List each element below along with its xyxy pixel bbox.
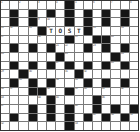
white-cell[interactable]: 16: [121, 27, 129, 35]
clue-number: 30: [29, 70, 32, 72]
black-cell: [65, 36, 73, 44]
clue-number: 15: [93, 27, 96, 29]
white-cell[interactable]: O: [56, 27, 64, 35]
white-cell[interactable]: [19, 10, 27, 18]
white-cell[interactable]: 48: [75, 105, 83, 113]
white-cell[interactable]: 53: [75, 122, 83, 130]
clue-number: 51: [130, 114, 133, 116]
clue-number: 32: [84, 70, 87, 72]
white-cell[interactable]: [111, 88, 119, 96]
clue-number: 4: [56, 1, 57, 3]
white-cell[interactable]: [102, 122, 110, 130]
black-cell: [47, 96, 55, 104]
white-cell[interactable]: 44: [38, 96, 46, 104]
black-cell: [111, 105, 119, 113]
filled-letter: O: [56, 28, 64, 35]
black-cell: [19, 70, 27, 78]
filled-letter: S: [65, 28, 73, 35]
white-cell[interactable]: [121, 1, 129, 9]
white-cell[interactable]: 49: [93, 114, 101, 122]
white-cell[interactable]: [65, 96, 73, 104]
white-cell[interactable]: 7: [111, 1, 119, 9]
white-cell[interactable]: [75, 114, 83, 122]
white-cell[interactable]: [47, 70, 55, 78]
white-cell[interactable]: [10, 1, 18, 9]
black-cell: [93, 36, 101, 44]
white-cell[interactable]: [19, 88, 27, 96]
clue-number: 52: [1, 122, 4, 124]
white-cell[interactable]: 46: [102, 96, 110, 104]
clue-number: 42: [121, 88, 124, 90]
white-cell[interactable]: [121, 96, 129, 104]
white-cell[interactable]: [47, 36, 55, 44]
white-cell[interactable]: 10: [47, 18, 55, 26]
black-cell: [56, 53, 64, 61]
white-cell[interactable]: 11: [1, 27, 9, 35]
white-cell[interactable]: [38, 70, 46, 78]
black-cell: [121, 18, 129, 26]
clue-number: 50: [111, 114, 114, 116]
white-cell[interactable]: 17: [1, 36, 9, 44]
white-cell[interactable]: 12: [10, 27, 18, 35]
white-cell[interactable]: [84, 96, 92, 104]
white-cell[interactable]: [130, 10, 138, 18]
black-cell: [47, 62, 55, 70]
white-cell[interactable]: 32: [84, 70, 92, 78]
black-cell: [102, 10, 110, 18]
black-cell: [93, 105, 101, 113]
white-cell[interactable]: [93, 18, 101, 26]
white-cell[interactable]: [130, 27, 138, 35]
white-cell[interactable]: [84, 53, 92, 61]
white-cell[interactable]: 9: [38, 18, 46, 26]
black-cell: [121, 44, 129, 52]
white-cell[interactable]: [38, 114, 46, 122]
black-cell: [29, 18, 37, 26]
black-cell: [10, 10, 18, 18]
clue-number: 9: [38, 18, 39, 20]
black-cell: [65, 122, 73, 130]
black-cell: [10, 79, 18, 87]
clue-number: 22: [65, 44, 68, 46]
white-cell[interactable]: [10, 53, 18, 61]
crossword-grid: 1234567891011121314TOST15161718192021222…: [0, 0, 139, 131]
white-cell[interactable]: [19, 62, 27, 70]
white-cell[interactable]: 8: [130, 1, 138, 9]
black-cell: [10, 114, 18, 122]
white-cell[interactable]: [38, 10, 46, 18]
white-cell[interactable]: 51: [130, 114, 138, 122]
white-cell[interactable]: [1, 62, 9, 70]
white-cell[interactable]: [56, 70, 64, 78]
white-cell[interactable]: 27: [56, 62, 64, 70]
white-cell[interactable]: [10, 105, 18, 113]
crossword-puzzle: 1234567891011121314TOST15161718192021222…: [0, 0, 140, 132]
clue-number: 8: [130, 1, 131, 3]
white-cell[interactable]: 50: [111, 114, 119, 122]
white-cell[interactable]: 37: [10, 88, 18, 96]
clue-number: 45: [56, 96, 59, 98]
clue-number: 49: [93, 114, 96, 116]
white-cell[interactable]: [29, 53, 37, 61]
white-cell[interactable]: 31: [65, 70, 73, 78]
white-cell[interactable]: [75, 62, 83, 70]
white-cell[interactable]: [130, 18, 138, 26]
black-cell: [29, 62, 37, 70]
white-cell[interactable]: [84, 1, 92, 9]
white-cell[interactable]: T: [75, 27, 83, 35]
white-cell[interactable]: 45: [56, 96, 64, 104]
clue-number: 35: [75, 79, 78, 81]
clue-number: 24: [1, 53, 4, 55]
white-cell[interactable]: [121, 105, 129, 113]
white-cell[interactable]: 4: [56, 1, 64, 9]
clue-number: 36: [1, 88, 4, 90]
white-cell[interactable]: [56, 122, 64, 130]
clue-number: 34: [56, 79, 59, 81]
white-cell[interactable]: [38, 79, 46, 87]
black-cell: [65, 88, 73, 96]
white-cell[interactable]: [93, 10, 101, 18]
clue-number: 33: [19, 79, 22, 81]
clue-number: 10: [47, 18, 50, 20]
black-cell: [102, 44, 110, 52]
clue-number: 1: [1, 1, 2, 3]
black-cell: [38, 88, 46, 96]
clue-number: 46: [102, 96, 105, 98]
clue-number: 28: [111, 62, 114, 64]
black-cell: [102, 114, 110, 122]
black-cell: [84, 79, 92, 87]
white-cell[interactable]: 43: [1, 96, 9, 104]
white-cell[interactable]: [102, 27, 110, 35]
black-cell: [29, 44, 37, 52]
white-cell[interactable]: 33: [19, 79, 27, 87]
black-cell: [47, 44, 55, 52]
clue-number: 3: [38, 1, 39, 3]
white-cell[interactable]: 47: [1, 105, 9, 113]
white-cell[interactable]: 2: [19, 1, 27, 9]
clue-number: 53: [75, 122, 78, 124]
black-cell: [111, 53, 119, 61]
white-cell[interactable]: [102, 105, 110, 113]
white-cell[interactable]: [38, 44, 46, 52]
white-cell[interactable]: 24: [1, 53, 9, 61]
white-cell[interactable]: [19, 122, 27, 130]
white-cell[interactable]: [75, 10, 83, 18]
clue-number: 27: [56, 62, 59, 64]
white-cell[interactable]: [29, 96, 37, 104]
black-cell: [130, 105, 138, 113]
clue-number: 29: [1, 70, 4, 72]
clue-number: 18: [38, 36, 41, 38]
white-cell[interactable]: 40: [84, 88, 92, 96]
white-cell[interactable]: 23: [93, 44, 101, 52]
white-cell[interactable]: 15: [93, 27, 101, 35]
white-cell[interactable]: [10, 122, 18, 130]
black-cell: [65, 105, 73, 113]
black-cell: [65, 1, 73, 9]
clue-number: 6: [93, 1, 94, 3]
black-cell: [121, 114, 129, 122]
clue-number: 41: [102, 88, 105, 90]
clue-number: 25: [65, 53, 68, 55]
white-cell[interactable]: [38, 105, 46, 113]
black-cell: [29, 79, 37, 87]
white-cell[interactable]: [102, 70, 110, 78]
white-cell[interactable]: 6: [93, 1, 101, 9]
white-cell[interactable]: [56, 36, 64, 44]
white-cell[interactable]: [75, 18, 83, 26]
clue-number: 2: [19, 1, 20, 3]
white-cell[interactable]: [29, 122, 37, 130]
white-cell[interactable]: [84, 36, 92, 44]
white-cell[interactable]: [1, 10, 9, 18]
white-cell[interactable]: [56, 10, 64, 18]
white-cell[interactable]: 28: [111, 62, 119, 70]
white-cell[interactable]: [130, 53, 138, 61]
clue-number: 21: [56, 44, 59, 46]
white-cell[interactable]: [19, 36, 27, 44]
white-cell[interactable]: [121, 70, 129, 78]
clue-number: 48: [75, 105, 78, 107]
white-cell[interactable]: [130, 122, 138, 130]
white-cell[interactable]: 29: [1, 70, 9, 78]
black-cell: [29, 114, 37, 122]
black-cell: [102, 62, 110, 70]
black-cell: [75, 70, 83, 78]
black-cell: [47, 10, 55, 18]
black-cell: [84, 114, 92, 122]
black-cell: [84, 18, 92, 26]
white-cell[interactable]: [111, 79, 119, 87]
white-cell[interactable]: [93, 53, 101, 61]
white-cell[interactable]: 1: [1, 1, 9, 9]
black-cell: [65, 18, 73, 26]
clue-number: 20: [111, 36, 114, 38]
white-cell[interactable]: 26: [121, 53, 129, 61]
black-cell: [93, 96, 101, 104]
clue-number: 13: [29, 27, 32, 29]
clue-number: 16: [121, 27, 124, 29]
black-cell: [10, 18, 18, 26]
white-cell[interactable]: 34: [56, 79, 64, 87]
white-cell[interactable]: 19: [75, 36, 83, 44]
white-cell[interactable]: 30: [29, 70, 37, 78]
white-cell[interactable]: [1, 18, 9, 26]
white-cell[interactable]: 52: [1, 122, 9, 130]
clue-number: 37: [10, 88, 13, 90]
white-cell[interactable]: [47, 1, 55, 9]
white-cell[interactable]: [38, 53, 46, 61]
white-cell[interactable]: [121, 122, 129, 130]
white-cell[interactable]: [75, 96, 83, 104]
white-cell[interactable]: [56, 88, 64, 96]
white-cell[interactable]: [19, 105, 27, 113]
white-cell[interactable]: [130, 79, 138, 87]
white-cell[interactable]: 35: [75, 79, 83, 87]
clue-number: 31: [65, 70, 68, 72]
white-cell[interactable]: [111, 70, 119, 78]
clue-number: 39: [75, 88, 78, 90]
black-cell: [29, 88, 37, 96]
white-cell[interactable]: [10, 96, 18, 104]
white-cell[interactable]: 3: [38, 1, 46, 9]
black-cell: [102, 18, 110, 26]
white-cell[interactable]: [29, 1, 37, 9]
white-cell[interactable]: [47, 122, 55, 130]
clue-number: 40: [84, 88, 87, 90]
white-cell[interactable]: [130, 62, 138, 70]
clue-number: 17: [1, 36, 4, 38]
white-cell[interactable]: [56, 18, 64, 26]
black-cell: [84, 44, 92, 52]
white-cell[interactable]: [10, 70, 18, 78]
white-cell[interactable]: [121, 36, 129, 44]
black-cell: [121, 62, 129, 70]
white-cell[interactable]: 25: [65, 53, 73, 61]
white-cell[interactable]: [56, 114, 64, 122]
black-cell: [65, 10, 73, 18]
clue-number: 19: [75, 36, 78, 38]
black-cell: [65, 62, 73, 70]
white-cell[interactable]: [1, 114, 9, 122]
clue-number: 44: [38, 96, 41, 98]
white-cell[interactable]: [19, 114, 27, 122]
white-cell[interactable]: [65, 79, 73, 87]
white-cell[interactable]: [130, 96, 138, 104]
white-cell[interactable]: 38: [47, 88, 55, 96]
white-cell[interactable]: 13: [29, 27, 37, 35]
clue-number: 7: [111, 1, 112, 3]
white-cell[interactable]: 20: [111, 36, 119, 44]
black-cell: [121, 10, 129, 18]
black-cell: [121, 79, 129, 87]
black-cell: [29, 10, 37, 18]
white-cell[interactable]: [75, 53, 83, 61]
black-cell: [65, 114, 73, 122]
white-cell[interactable]: 21: [56, 44, 64, 52]
white-cell[interactable]: [102, 53, 110, 61]
white-cell[interactable]: [93, 88, 101, 96]
clue-number: 23: [93, 44, 96, 46]
white-cell[interactable]: [10, 36, 18, 44]
white-cell[interactable]: [130, 44, 138, 52]
black-cell: [84, 10, 92, 18]
white-cell[interactable]: [1, 79, 9, 87]
black-cell: [47, 114, 55, 122]
black-cell: [47, 79, 55, 87]
white-cell[interactable]: [38, 122, 46, 130]
white-cell[interactable]: [93, 79, 101, 87]
white-cell[interactable]: [130, 88, 138, 96]
white-cell[interactable]: [111, 18, 119, 26]
white-cell[interactable]: [38, 62, 46, 70]
white-cell[interactable]: [111, 96, 119, 104]
clue-number: 26: [121, 53, 124, 55]
black-cell: [84, 62, 92, 70]
white-cell[interactable]: 5: [75, 1, 83, 9]
white-cell[interactable]: [19, 96, 27, 104]
filled-letter: T: [47, 28, 55, 35]
black-cell: [10, 44, 18, 52]
white-cell[interactable]: 42: [121, 88, 129, 96]
clue-number: 12: [10, 27, 13, 29]
black-cell: [47, 105, 55, 113]
white-cell[interactable]: [102, 1, 110, 9]
white-cell[interactable]: [111, 44, 119, 52]
white-cell[interactable]: [111, 10, 119, 18]
clue-number: 11: [1, 27, 3, 29]
white-cell[interactable]: [19, 53, 27, 61]
black-cell: [38, 27, 46, 35]
white-cell[interactable]: [130, 70, 138, 78]
white-cell[interactable]: [93, 62, 101, 70]
white-cell[interactable]: [19, 18, 27, 26]
white-cell[interactable]: [93, 70, 101, 78]
white-cell[interactable]: 39: [75, 88, 83, 96]
white-cell[interactable]: [19, 27, 27, 35]
black-cell: [84, 27, 92, 35]
white-cell[interactable]: 41: [102, 88, 110, 96]
black-cell: [10, 62, 18, 70]
white-cell[interactable]: [111, 122, 119, 130]
white-cell[interactable]: [111, 27, 119, 35]
clue-number: 43: [1, 96, 4, 98]
white-cell[interactable]: [47, 53, 55, 61]
white-cell[interactable]: 22: [65, 44, 73, 52]
white-cell[interactable]: [130, 36, 138, 44]
white-cell[interactable]: [75, 44, 83, 52]
white-cell[interactable]: [19, 44, 27, 52]
white-cell[interactable]: 36: [1, 88, 9, 96]
clue-number: 5: [75, 1, 76, 3]
white-cell[interactable]: [84, 122, 92, 130]
white-cell[interactable]: 18: [38, 36, 46, 44]
white-cell[interactable]: [93, 122, 101, 130]
clue-number: 47: [1, 105, 4, 107]
white-cell[interactable]: [56, 105, 64, 113]
clue-number: 38: [47, 88, 50, 90]
white-cell[interactable]: [1, 44, 9, 52]
black-cell: [102, 36, 110, 44]
white-cell[interactable]: [29, 36, 37, 44]
white-cell[interactable]: [84, 105, 92, 113]
white-cell[interactable]: 14T: [47, 27, 55, 35]
white-cell[interactable]: S: [65, 27, 73, 35]
filled-letter: T: [75, 28, 83, 35]
black-cell: [102, 79, 110, 87]
black-cell: [29, 105, 37, 113]
